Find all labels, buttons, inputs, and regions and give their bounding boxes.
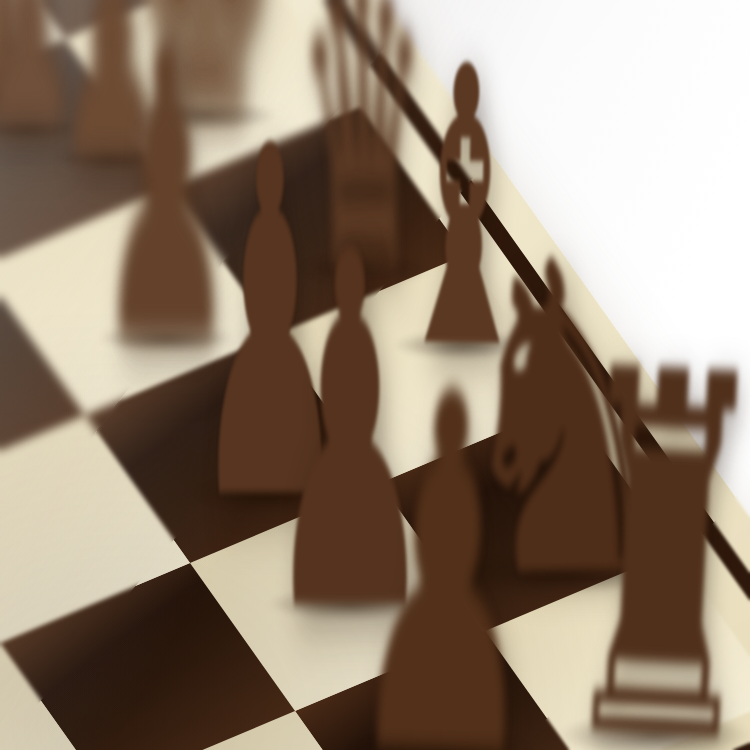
piece-pawn-a7[interactable]: ♟ [342,327,550,750]
pieces-layer: ♟♚♟♟♛♟♝♟♞♟♜♟ [0,0,750,750]
piece-rook-a8[interactable]: ♜ [550,305,750,750]
chess-photo-scene: ♟♚♟♟♛♟♝♟♞♟♜♟ [0,0,750,750]
